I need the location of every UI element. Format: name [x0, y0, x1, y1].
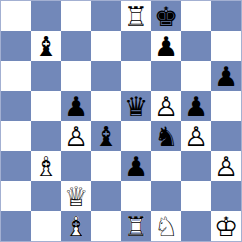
white-piece-outline: ♘ — [151, 211, 181, 241]
square-g5[interactable]: ♟ — [181, 91, 211, 121]
black-pawn-piece: ♟ — [181, 91, 211, 121]
white-piece-outline: ♖ — [121, 1, 151, 31]
square-b4[interactable] — [31, 121, 61, 151]
black-piece-glyph: ♟ — [61, 91, 91, 121]
black-piece-glyph: ♟ — [181, 91, 211, 121]
square-b8[interactable] — [31, 1, 61, 31]
square-e1[interactable]: ♜♖ — [121, 211, 151, 241]
white-rook-piece: ♜♖ — [121, 211, 151, 241]
square-a4[interactable] — [1, 121, 31, 151]
square-a3[interactable] — [1, 151, 31, 181]
black-pawn-piece: ♟ — [151, 31, 181, 61]
square-h8[interactable] — [211, 1, 241, 31]
square-c6[interactable] — [61, 61, 91, 91]
square-c8[interactable] — [61, 1, 91, 31]
black-piece-glyph: ♞ — [151, 121, 181, 151]
square-c5[interactable]: ♟ — [61, 91, 91, 121]
square-g4[interactable]: ♟♙ — [181, 121, 211, 151]
square-e5[interactable]: ♛ — [121, 91, 151, 121]
square-e6[interactable] — [121, 61, 151, 91]
black-king-piece: ♚ — [151, 1, 181, 31]
black-pawn-piece: ♟ — [121, 151, 151, 181]
square-h6[interactable]: ♟ — [211, 61, 241, 91]
square-h4[interactable] — [211, 121, 241, 151]
square-a5[interactable] — [1, 91, 31, 121]
black-piece-glyph: ♟ — [121, 151, 151, 181]
square-e7[interactable] — [121, 31, 151, 61]
black-pawn-piece: ♟ — [61, 91, 91, 121]
white-pawn-piece: ♟♙ — [211, 151, 241, 181]
square-d2[interactable] — [91, 181, 121, 211]
square-b1[interactable] — [31, 211, 61, 241]
black-piece-glyph: ♛ — [121, 91, 151, 121]
square-g2[interactable] — [181, 181, 211, 211]
black-bishop-piece: ♝ — [31, 31, 61, 61]
white-queen-piece: ♛♕ — [61, 181, 91, 211]
square-f7[interactable]: ♟ — [151, 31, 181, 61]
square-b5[interactable] — [31, 91, 61, 121]
square-d3[interactable] — [91, 151, 121, 181]
square-g7[interactable] — [181, 31, 211, 61]
square-g3[interactable] — [181, 151, 211, 181]
white-bishop-piece: ♝♗ — [61, 211, 91, 241]
square-f3[interactable] — [151, 151, 181, 181]
square-d6[interactable] — [91, 61, 121, 91]
white-piece-outline: ♙ — [151, 91, 181, 121]
square-e8[interactable]: ♜♖ — [121, 1, 151, 31]
square-b7[interactable]: ♝ — [31, 31, 61, 61]
square-e3[interactable]: ♟ — [121, 151, 151, 181]
white-king-piece: ♚♔ — [211, 211, 241, 241]
square-a1[interactable] — [1, 211, 31, 241]
white-piece-outline: ♙ — [211, 151, 241, 181]
square-g1[interactable] — [181, 211, 211, 241]
black-piece-glyph: ♟ — [151, 31, 181, 61]
square-f4[interactable]: ♞ — [151, 121, 181, 151]
square-c1[interactable]: ♝♗ — [61, 211, 91, 241]
square-c4[interactable]: ♟♙ — [61, 121, 91, 151]
square-d8[interactable] — [91, 1, 121, 31]
black-piece-glyph: ♝ — [91, 121, 121, 151]
square-f1[interactable]: ♞♘ — [151, 211, 181, 241]
white-piece-outline: ♙ — [61, 121, 91, 151]
square-d5[interactable] — [91, 91, 121, 121]
square-a2[interactable] — [1, 181, 31, 211]
square-a6[interactable] — [1, 61, 31, 91]
white-rook-piece: ♜♖ — [121, 1, 151, 31]
square-f5[interactable]: ♟♙ — [151, 91, 181, 121]
white-pawn-piece: ♟♙ — [151, 91, 181, 121]
white-piece-outline: ♙ — [181, 121, 211, 151]
square-h5[interactable] — [211, 91, 241, 121]
black-bishop-piece: ♝ — [91, 121, 121, 151]
black-piece-glyph: ♟ — [211, 61, 241, 91]
white-piece-outline: ♕ — [61, 181, 91, 211]
square-h3[interactable]: ♟♙ — [211, 151, 241, 181]
black-piece-glyph: ♝ — [31, 31, 61, 61]
white-bishop-piece: ♝♗ — [31, 151, 61, 181]
square-d4[interactable]: ♝ — [91, 121, 121, 151]
white-pawn-piece: ♟♙ — [181, 121, 211, 151]
black-queen-piece: ♛ — [121, 91, 151, 121]
square-b2[interactable] — [31, 181, 61, 211]
square-c7[interactable] — [61, 31, 91, 61]
white-knight-piece: ♞♘ — [151, 211, 181, 241]
square-d7[interactable] — [91, 31, 121, 61]
square-d1[interactable] — [91, 211, 121, 241]
square-e2[interactable] — [121, 181, 151, 211]
square-c2[interactable]: ♛♕ — [61, 181, 91, 211]
square-h1[interactable]: ♚♔ — [211, 211, 241, 241]
square-b3[interactable]: ♝♗ — [31, 151, 61, 181]
square-f8[interactable]: ♚ — [151, 1, 181, 31]
square-b6[interactable] — [31, 61, 61, 91]
square-f2[interactable] — [151, 181, 181, 211]
square-e4[interactable] — [121, 121, 151, 151]
black-piece-glyph: ♚ — [151, 1, 181, 31]
square-c3[interactable] — [61, 151, 91, 181]
white-piece-outline: ♔ — [211, 211, 241, 241]
square-f6[interactable] — [151, 61, 181, 91]
black-pawn-piece: ♟ — [211, 61, 241, 91]
square-a8[interactable] — [1, 1, 31, 31]
square-g6[interactable] — [181, 61, 211, 91]
white-piece-outline: ♗ — [31, 151, 61, 181]
black-knight-piece: ♞ — [151, 121, 181, 151]
square-h2[interactable] — [211, 181, 241, 211]
white-pawn-piece: ♟♙ — [61, 121, 91, 151]
square-a7[interactable] — [1, 31, 31, 61]
white-piece-outline: ♖ — [121, 211, 151, 241]
white-piece-outline: ♗ — [61, 211, 91, 241]
square-g8[interactable] — [181, 1, 211, 31]
chess-board: ♜♖♚♝♟♟♟♛♟♙♟♟♙♝♞♟♙♝♗♟♟♙♛♕♝♗♜♖♞♘♚♔ — [0, 0, 242, 242]
square-h7[interactable] — [211, 31, 241, 61]
